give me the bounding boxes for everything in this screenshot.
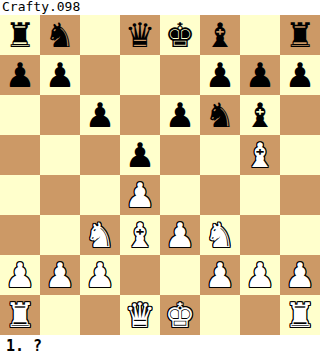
- square-h7[interactable]: ♟: [280, 55, 320, 95]
- square-g1[interactable]: [240, 295, 280, 335]
- piece-white-bishop[interactable]: ♝: [245, 135, 275, 175]
- square-c1[interactable]: [80, 295, 120, 335]
- piece-white-pawn[interactable]: ♟: [125, 175, 155, 215]
- piece-white-king[interactable]: ♚: [165, 295, 195, 335]
- square-e2[interactable]: [160, 255, 200, 295]
- piece-black-pawn[interactable]: ♟: [205, 55, 235, 95]
- square-e8[interactable]: ♚: [160, 15, 200, 55]
- square-d1[interactable]: ♛: [120, 295, 160, 335]
- square-c6[interactable]: ♟: [80, 95, 120, 135]
- square-b7[interactable]: ♟: [40, 55, 80, 95]
- square-h5[interactable]: [280, 135, 320, 175]
- piece-white-pawn[interactable]: ♟: [45, 255, 75, 295]
- square-a8[interactable]: ♜: [0, 15, 40, 55]
- square-g8[interactable]: [240, 15, 280, 55]
- square-c5[interactable]: [80, 135, 120, 175]
- square-a4[interactable]: [0, 175, 40, 215]
- piece-black-bishop[interactable]: ♝: [205, 15, 235, 55]
- piece-white-rook[interactable]: ♜: [285, 295, 315, 335]
- piece-white-knight[interactable]: ♞: [85, 215, 115, 255]
- piece-white-pawn[interactable]: ♟: [85, 255, 115, 295]
- square-h2[interactable]: ♟: [280, 255, 320, 295]
- square-h1[interactable]: ♜: [280, 295, 320, 335]
- piece-black-pawn[interactable]: ♟: [245, 55, 275, 95]
- square-f7[interactable]: ♟: [200, 55, 240, 95]
- square-e3[interactable]: ♟: [160, 215, 200, 255]
- square-a7[interactable]: ♟: [0, 55, 40, 95]
- chess-board: ♜♞♛♚♝♜♟♟♟♟♟♟♟♞♝♟♝♟♞♝♟♞♟♟♟♟♟♟♜♛♚♜: [0, 15, 320, 335]
- square-f1[interactable]: [200, 295, 240, 335]
- square-e6[interactable]: ♟: [160, 95, 200, 135]
- piece-white-rook[interactable]: ♜: [5, 295, 35, 335]
- square-b1[interactable]: [40, 295, 80, 335]
- piece-white-pawn[interactable]: ♟: [285, 255, 315, 295]
- square-h6[interactable]: [280, 95, 320, 135]
- square-d8[interactable]: ♛: [120, 15, 160, 55]
- square-h3[interactable]: [280, 215, 320, 255]
- square-h4[interactable]: [280, 175, 320, 215]
- piece-black-pawn[interactable]: ♟: [85, 95, 115, 135]
- square-b3[interactable]: [40, 215, 80, 255]
- piece-black-rook[interactable]: ♜: [5, 15, 35, 55]
- square-e5[interactable]: [160, 135, 200, 175]
- square-b5[interactable]: [40, 135, 80, 175]
- piece-black-bishop[interactable]: ♝: [245, 95, 275, 135]
- square-a3[interactable]: [0, 215, 40, 255]
- square-d4[interactable]: ♟: [120, 175, 160, 215]
- piece-black-king[interactable]: ♚: [165, 15, 195, 55]
- square-g3[interactable]: [240, 215, 280, 255]
- piece-white-pawn[interactable]: ♟: [245, 255, 275, 295]
- square-g2[interactable]: ♟: [240, 255, 280, 295]
- square-c7[interactable]: [80, 55, 120, 95]
- piece-white-queen[interactable]: ♛: [125, 295, 155, 335]
- square-c4[interactable]: [80, 175, 120, 215]
- piece-white-pawn[interactable]: ♟: [205, 255, 235, 295]
- piece-black-knight[interactable]: ♞: [45, 15, 75, 55]
- square-g4[interactable]: [240, 175, 280, 215]
- piece-black-rook[interactable]: ♜: [285, 15, 315, 55]
- piece-black-pawn[interactable]: ♟: [165, 95, 195, 135]
- square-b8[interactable]: ♞: [40, 15, 80, 55]
- square-d5[interactable]: ♟: [120, 135, 160, 175]
- square-e4[interactable]: [160, 175, 200, 215]
- crafty-window: Crafty.098 ♜♞♛♚♝♜♟♟♟♟♟♟♟♞♝♟♝♟♞♝♟♞♟♟♟♟♟♟♜…: [0, 0, 320, 360]
- square-f5[interactable]: [200, 135, 240, 175]
- piece-white-bishop[interactable]: ♝: [125, 215, 155, 255]
- square-f2[interactable]: ♟: [200, 255, 240, 295]
- square-g5[interactable]: ♝: [240, 135, 280, 175]
- square-g7[interactable]: ♟: [240, 55, 280, 95]
- square-a2[interactable]: ♟: [0, 255, 40, 295]
- square-f3[interactable]: ♞: [200, 215, 240, 255]
- square-d2[interactable]: [120, 255, 160, 295]
- square-f6[interactable]: ♞: [200, 95, 240, 135]
- piece-black-pawn[interactable]: ♟: [285, 55, 315, 95]
- square-a5[interactable]: [0, 135, 40, 175]
- piece-white-pawn[interactable]: ♟: [5, 255, 35, 295]
- square-c8[interactable]: [80, 15, 120, 55]
- square-a1[interactable]: ♜: [0, 295, 40, 335]
- square-d7[interactable]: [120, 55, 160, 95]
- square-e1[interactable]: ♚: [160, 295, 200, 335]
- piece-black-pawn[interactable]: ♟: [45, 55, 75, 95]
- piece-black-pawn[interactable]: ♟: [125, 135, 155, 175]
- square-g6[interactable]: ♝: [240, 95, 280, 135]
- piece-black-knight[interactable]: ♞: [205, 95, 235, 135]
- square-h8[interactable]: ♜: [280, 15, 320, 55]
- square-d6[interactable]: [120, 95, 160, 135]
- square-f8[interactable]: ♝: [200, 15, 240, 55]
- square-b2[interactable]: ♟: [40, 255, 80, 295]
- square-b6[interactable]: [40, 95, 80, 135]
- square-e7[interactable]: [160, 55, 200, 95]
- square-d3[interactable]: ♝: [120, 215, 160, 255]
- piece-black-pawn[interactable]: ♟: [5, 55, 35, 95]
- move-prompt: 1. ?: [0, 335, 320, 360]
- piece-white-knight[interactable]: ♞: [205, 215, 235, 255]
- square-c2[interactable]: ♟: [80, 255, 120, 295]
- window-title: Crafty.098: [0, 0, 320, 15]
- square-f4[interactable]: [200, 175, 240, 215]
- piece-white-pawn[interactable]: ♟: [165, 215, 195, 255]
- square-b4[interactable]: [40, 175, 80, 215]
- square-a6[interactable]: [0, 95, 40, 135]
- square-c3[interactable]: ♞: [80, 215, 120, 255]
- piece-black-queen[interactable]: ♛: [125, 15, 155, 55]
